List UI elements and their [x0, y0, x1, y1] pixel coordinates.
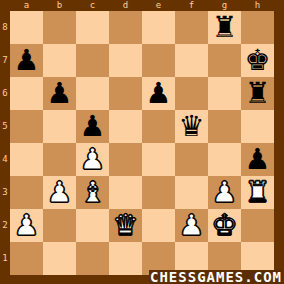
square-h3[interactable]: ♜ — [241, 176, 274, 209]
square-f7[interactable] — [175, 44, 208, 77]
white-pawn[interactable]: ♟ — [43, 176, 76, 209]
file-label-h: h — [241, 0, 274, 11]
square-c1[interactable] — [76, 242, 109, 275]
square-d3[interactable] — [109, 176, 142, 209]
square-f4[interactable] — [175, 143, 208, 176]
square-a6[interactable] — [10, 77, 43, 110]
file-label-f: f — [175, 0, 208, 11]
square-f3[interactable] — [175, 176, 208, 209]
square-h7[interactable]: ♚ — [241, 44, 274, 77]
black-pawn[interactable]: ♟ — [241, 143, 274, 176]
white-rook[interactable]: ♜ — [241, 176, 274, 209]
rank-label-2: 2 — [0, 209, 10, 242]
square-d8[interactable] — [109, 11, 142, 44]
file-label-a: a — [10, 0, 43, 11]
rank-label-6: 6 — [0, 77, 10, 110]
white-queen[interactable]: ♛ — [109, 209, 142, 242]
square-h4[interactable]: ♟ — [241, 143, 274, 176]
square-e2[interactable] — [142, 209, 175, 242]
white-pawn[interactable]: ♟ — [10, 209, 43, 242]
black-queen[interactable]: ♛ — [175, 110, 208, 143]
square-b7[interactable] — [43, 44, 76, 77]
square-a4[interactable] — [10, 143, 43, 176]
square-a7[interactable]: ♟ — [10, 44, 43, 77]
square-f8[interactable] — [175, 11, 208, 44]
square-e3[interactable] — [142, 176, 175, 209]
chessgames-brand: CHESSGAMES.COM — [149, 270, 283, 284]
square-b5[interactable] — [43, 110, 76, 143]
square-h5[interactable] — [241, 110, 274, 143]
square-b4[interactable] — [43, 143, 76, 176]
square-d1[interactable] — [109, 242, 142, 275]
square-g4[interactable] — [208, 143, 241, 176]
square-h2[interactable] — [241, 209, 274, 242]
square-e4[interactable] — [142, 143, 175, 176]
square-b1[interactable] — [43, 242, 76, 275]
square-b3[interactable]: ♟ — [43, 176, 76, 209]
square-a1[interactable] — [10, 242, 43, 275]
black-pawn[interactable]: ♟ — [76, 110, 109, 143]
black-rook[interactable]: ♜ — [241, 77, 274, 110]
square-d6[interactable] — [109, 77, 142, 110]
chess-diagram: abcdefgh 87654321 ♜♟♚♟♟♜♟♛♟♟♟♝♟♜♟♛♟♚ CHE… — [0, 0, 284, 284]
square-g5[interactable] — [208, 110, 241, 143]
rank-label-4: 4 — [0, 143, 10, 176]
square-c4[interactable]: ♟ — [76, 143, 109, 176]
black-king[interactable]: ♚ — [241, 44, 274, 77]
square-d7[interactable] — [109, 44, 142, 77]
square-g3[interactable]: ♟ — [208, 176, 241, 209]
square-b6[interactable]: ♟ — [43, 77, 76, 110]
square-b8[interactable] — [43, 11, 76, 44]
rank-label-8: 8 — [0, 11, 10, 44]
white-bishop[interactable]: ♝ — [76, 176, 109, 209]
square-a3[interactable] — [10, 176, 43, 209]
square-b2[interactable] — [43, 209, 76, 242]
square-g2[interactable]: ♚ — [208, 209, 241, 242]
square-d2[interactable]: ♛ — [109, 209, 142, 242]
square-c3[interactable]: ♝ — [76, 176, 109, 209]
file-label-c: c — [76, 0, 109, 11]
black-rook[interactable]: ♜ — [208, 11, 241, 44]
square-d4[interactable] — [109, 143, 142, 176]
square-g6[interactable] — [208, 77, 241, 110]
square-h8[interactable] — [241, 11, 274, 44]
square-e6[interactable]: ♟ — [142, 77, 175, 110]
square-a5[interactable] — [10, 110, 43, 143]
square-c7[interactable] — [76, 44, 109, 77]
file-label-e: e — [142, 0, 175, 11]
square-f2[interactable]: ♟ — [175, 209, 208, 242]
file-label-b: b — [43, 0, 76, 11]
square-a8[interactable] — [10, 11, 43, 44]
white-pawn[interactable]: ♟ — [175, 209, 208, 242]
chess-board: ♜♟♚♟♟♜♟♛♟♟♟♝♟♜♟♛♟♚ — [10, 11, 274, 275]
square-g8[interactable]: ♜ — [208, 11, 241, 44]
rank-label-5: 5 — [0, 110, 10, 143]
rank-label-1: 1 — [0, 242, 10, 275]
square-d5[interactable] — [109, 110, 142, 143]
rank-label-7: 7 — [0, 44, 10, 77]
square-f6[interactable] — [175, 77, 208, 110]
white-king[interactable]: ♚ — [208, 209, 241, 242]
square-g7[interactable] — [208, 44, 241, 77]
square-f5[interactable]: ♛ — [175, 110, 208, 143]
white-pawn[interactable]: ♟ — [208, 176, 241, 209]
file-label-d: d — [109, 0, 142, 11]
square-c5[interactable]: ♟ — [76, 110, 109, 143]
square-e7[interactable] — [142, 44, 175, 77]
white-pawn[interactable]: ♟ — [76, 143, 109, 176]
black-pawn[interactable]: ♟ — [142, 77, 175, 110]
black-pawn[interactable]: ♟ — [43, 77, 76, 110]
square-c8[interactable] — [76, 11, 109, 44]
rank-label-3: 3 — [0, 176, 10, 209]
square-h6[interactable]: ♜ — [241, 77, 274, 110]
square-c2[interactable] — [76, 209, 109, 242]
square-a2[interactable]: ♟ — [10, 209, 43, 242]
square-c6[interactable] — [76, 77, 109, 110]
square-e5[interactable] — [142, 110, 175, 143]
square-e8[interactable] — [142, 11, 175, 44]
black-pawn[interactable]: ♟ — [10, 44, 43, 77]
